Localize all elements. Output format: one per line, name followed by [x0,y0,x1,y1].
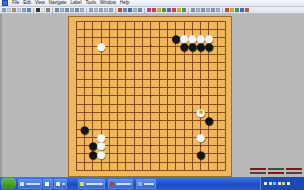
cell-N3[interactable] [172,150,180,158]
cell-L15[interactable] [155,50,163,58]
cell-T2[interactable] [221,158,229,166]
cell-S10[interactable] [213,92,221,100]
cell-H17[interactable] [130,34,138,42]
cell-P19[interactable] [188,17,196,25]
toolbar-icon[interactable] [245,8,249,12]
cell-A1[interactable] [72,166,80,174]
cell-K16[interactable] [147,42,155,50]
cell-P13[interactable] [188,67,196,75]
cell-B19[interactable] [80,17,88,25]
cell-G5[interactable] [122,133,130,141]
cell-L13[interactable] [155,67,163,75]
cell-D8[interactable] [97,108,105,116]
cell-E17[interactable] [105,34,113,42]
cell-Q5[interactable]: ● [196,133,204,141]
cell-S14[interactable] [213,58,221,66]
cell-E11[interactable] [105,83,113,91]
cell-O19[interactable] [180,17,188,25]
cell-M19[interactable] [163,17,171,25]
cell-E16[interactable] [105,42,113,50]
cell-L5[interactable] [155,133,163,141]
cell-F18[interactable] [113,25,121,33]
cell-M14[interactable] [163,58,171,66]
cell-Q11[interactable] [196,83,204,91]
cell-R7[interactable]: ● [205,117,213,125]
cell-H10[interactable] [130,92,138,100]
cell-N14[interactable] [172,58,180,66]
cell-T6[interactable] [221,125,229,133]
cell-H5[interactable] [130,133,138,141]
cell-A15[interactable] [72,50,80,58]
cell-N19[interactable] [172,17,180,25]
toolbar-icon[interactable] [36,8,40,12]
cell-N4[interactable] [172,141,180,149]
cell-K12[interactable] [147,75,155,83]
cell-R12[interactable] [205,75,213,83]
cell-S4[interactable] [213,141,221,149]
cell-G10[interactable] [122,92,130,100]
cell-D19[interactable] [97,17,105,25]
cell-J12[interactable] [138,75,146,83]
cell-M12[interactable] [163,75,171,83]
cell-T18[interactable] [221,25,229,33]
cell-D16[interactable]: ● [97,42,105,50]
cell-B8[interactable] [80,108,88,116]
system-tray[interactable] [260,177,304,190]
cell-K9[interactable] [147,100,155,108]
cell-N8[interactable] [172,108,180,116]
cell-R10[interactable] [205,92,213,100]
cell-D10[interactable] [97,92,105,100]
toolbar-icon[interactable] [216,8,220,12]
cell-N10[interactable] [172,92,180,100]
cell-J1[interactable] [138,166,146,174]
menu-item-view[interactable]: View [35,0,45,6]
cell-M3[interactable] [163,150,171,158]
tray-icon[interactable] [269,182,272,185]
cell-S18[interactable] [213,25,221,33]
cell-F12[interactable] [113,75,121,83]
cell-Q13[interactable] [196,67,204,75]
menu-item-tools[interactable]: Tools [86,0,97,6]
cell-E3[interactable] [105,150,113,158]
cell-D14[interactable] [97,58,105,66]
cell-S6[interactable] [213,125,221,133]
cell-S2[interactable] [213,158,221,166]
cell-N11[interactable] [172,83,180,91]
cell-N2[interactable] [172,158,180,166]
cell-M10[interactable] [163,92,171,100]
cell-B18[interactable] [80,25,88,33]
cell-H6[interactable] [130,125,138,133]
cell-J5[interactable] [138,133,146,141]
toolbar-icon[interactable] [128,8,132,12]
cell-K17[interactable] [147,34,155,42]
cell-J17[interactable] [138,34,146,42]
cell-K3[interactable] [147,150,155,158]
cell-T5[interactable] [221,133,229,141]
cell-K6[interactable] [147,125,155,133]
cell-K8[interactable] [147,108,155,116]
cell-N12[interactable] [172,75,180,83]
cell-F3[interactable] [113,150,121,158]
cell-K14[interactable] [147,58,155,66]
cell-S15[interactable] [213,50,221,58]
cell-A18[interactable] [72,25,80,33]
cell-H14[interactable] [130,58,138,66]
cell-E13[interactable] [105,67,113,75]
toolbar-icon[interactable] [230,8,234,12]
cell-G17[interactable] [122,34,130,42]
cell-F8[interactable] [113,108,121,116]
cell-A14[interactable] [72,58,80,66]
cell-Q3[interactable]: ● [196,150,204,158]
toolbar-icon[interactable] [55,8,59,12]
cell-K18[interactable] [147,25,155,33]
cell-R3[interactable] [205,150,213,158]
cell-K2[interactable] [147,158,155,166]
cell-R14[interactable] [205,58,213,66]
cell-J3[interactable] [138,150,146,158]
toolbar-icon[interactable] [167,8,171,12]
cell-N7[interactable] [172,117,180,125]
cell-O2[interactable] [180,158,188,166]
toolbar-icon[interactable] [17,8,21,12]
menu-item-edit[interactable]: Edit [23,0,31,6]
toolbar-icon[interactable] [80,8,84,12]
cell-G7[interactable] [122,117,130,125]
cell-L1[interactable] [155,166,163,174]
cell-F9[interactable] [113,100,121,108]
cell-T1[interactable] [221,166,229,174]
cell-M11[interactable] [163,83,171,91]
cell-C9[interactable] [89,100,97,108]
cell-D12[interactable] [97,75,105,83]
cell-J4[interactable] [138,141,146,149]
cell-J6[interactable] [138,125,146,133]
toolbar-icon[interactable] [157,8,161,12]
cell-D7[interactable] [97,117,105,125]
cell-G12[interactable] [122,75,130,83]
cell-D18[interactable] [97,25,105,33]
cell-E9[interactable] [105,100,113,108]
cell-L16[interactable] [155,42,163,50]
cell-B1[interactable] [80,166,88,174]
cell-C12[interactable] [89,75,97,83]
cell-F10[interactable] [113,92,121,100]
toolbar-icon[interactable] [41,8,45,12]
cell-K10[interactable] [147,92,155,100]
cell-A13[interactable] [72,67,80,75]
menu-item-navigate[interactable]: Navigate [49,0,67,6]
cell-S13[interactable] [213,67,221,75]
cell-A8[interactable] [72,108,80,116]
cell-G11[interactable] [122,83,130,91]
taskbar-button[interactable] [78,179,105,189]
cell-L6[interactable] [155,125,163,133]
tray-icon[interactable] [282,182,285,185]
cell-N13[interactable] [172,67,180,75]
cell-K11[interactable] [147,83,155,91]
cell-T19[interactable] [221,17,229,25]
cell-C1[interactable] [89,166,97,174]
cell-E7[interactable] [105,117,113,125]
cell-O12[interactable] [180,75,188,83]
cell-A2[interactable] [72,158,80,166]
cell-G15[interactable] [122,50,130,58]
cell-G19[interactable] [122,17,130,25]
cell-P11[interactable] [188,83,196,91]
cell-R6[interactable] [205,125,213,133]
cell-H19[interactable] [130,17,138,25]
toolbar-icon[interactable] [94,8,98,12]
cell-B15[interactable] [80,50,88,58]
cell-T7[interactable] [221,117,229,125]
cell-H7[interactable] [130,117,138,125]
cell-F6[interactable] [113,125,121,133]
cell-G4[interactable] [122,141,130,149]
toolbar-icon[interactable] [123,8,127,12]
cell-G1[interactable] [122,166,130,174]
cell-T11[interactable] [221,83,229,91]
cell-M6[interactable] [163,125,171,133]
cell-T9[interactable] [221,100,229,108]
cell-K4[interactable] [147,141,155,149]
cell-B10[interactable] [80,92,88,100]
toolbar-icon[interactable] [104,8,108,12]
cell-F13[interactable] [113,67,121,75]
tray-icon[interactable] [264,182,267,185]
toolbar-icon[interactable] [65,8,69,12]
cell-C8[interactable] [89,108,97,116]
cell-L4[interactable] [155,141,163,149]
cell-S19[interactable] [213,17,221,25]
cell-G9[interactable] [122,100,130,108]
cell-B12[interactable] [80,75,88,83]
cell-G16[interactable] [122,42,130,50]
toolbar-icon[interactable] [22,8,26,12]
cell-N9[interactable] [172,100,180,108]
cell-C14[interactable] [89,58,97,66]
cell-S12[interactable] [213,75,221,83]
cell-J19[interactable] [138,17,146,25]
cell-A3[interactable] [72,150,80,158]
cell-F4[interactable] [113,141,121,149]
cell-Q19[interactable] [196,17,204,25]
cell-H12[interactable] [130,75,138,83]
start-button[interactable] [1,178,16,189]
cell-F19[interactable] [113,17,121,25]
cell-F14[interactable] [113,58,121,66]
toolbar-icon[interactable] [211,8,215,12]
cell-P12[interactable] [188,75,196,83]
cell-M15[interactable] [163,50,171,58]
cell-P10[interactable] [188,92,196,100]
cell-S3[interactable] [213,150,221,158]
taskbar-button[interactable] [136,179,156,189]
cell-T15[interactable] [221,50,229,58]
cell-J7[interactable] [138,117,146,125]
cell-Q12[interactable] [196,75,204,83]
cell-N5[interactable] [172,133,180,141]
cell-C19[interactable] [89,17,97,25]
cell-A10[interactable] [72,92,80,100]
cell-M4[interactable] [163,141,171,149]
cell-Q10[interactable] [196,92,204,100]
cell-L8[interactable] [155,108,163,116]
cell-L3[interactable] [155,150,163,158]
cell-R19[interactable] [205,17,213,25]
cell-T12[interactable] [221,75,229,83]
cell-E1[interactable] [105,166,113,174]
cell-E15[interactable] [105,50,113,58]
cell-L12[interactable] [155,75,163,83]
cell-G8[interactable] [122,108,130,116]
cell-T4[interactable] [221,141,229,149]
cell-B14[interactable] [80,58,88,66]
cell-K7[interactable] [147,117,155,125]
cell-H11[interactable] [130,83,138,91]
cell-T14[interactable] [221,58,229,66]
cell-D3[interactable]: ● [97,150,105,158]
cell-H15[interactable] [130,50,138,58]
cell-O14[interactable] [180,58,188,66]
cell-T10[interactable] [221,92,229,100]
cell-F5[interactable] [113,133,121,141]
taskbar-button[interactable] [43,179,53,189]
toolbar-icon[interactable] [147,8,151,12]
cell-T16[interactable] [221,42,229,50]
cell-A9[interactable] [72,100,80,108]
cell-G14[interactable] [122,58,130,66]
cell-A16[interactable] [72,42,80,50]
cell-T17[interactable] [221,34,229,42]
cell-R5[interactable] [205,133,213,141]
toolbar-icon[interactable] [201,8,205,12]
toolbar-icon[interactable] [191,8,195,12]
cell-E10[interactable] [105,92,113,100]
toolbar-icon[interactable] [27,8,31,12]
toolbar-icon[interactable] [7,8,11,12]
toolbar-icon[interactable] [177,8,181,12]
cell-K5[interactable] [147,133,155,141]
cell-L10[interactable] [155,92,163,100]
cell-R4[interactable] [205,141,213,149]
cell-M5[interactable] [163,133,171,141]
cell-J18[interactable] [138,25,146,33]
toolbar-icon[interactable] [196,8,200,12]
cell-A19[interactable] [72,17,80,25]
cell-E12[interactable] [105,75,113,83]
cell-C13[interactable] [89,67,97,75]
cell-L18[interactable] [155,25,163,33]
cell-B9[interactable] [80,100,88,108]
cell-L14[interactable] [155,58,163,66]
cell-L19[interactable] [155,17,163,25]
toolbar-icon[interactable] [70,8,74,12]
cell-B11[interactable] [80,83,88,91]
cell-L11[interactable] [155,83,163,91]
cell-S16[interactable] [213,42,221,50]
cell-J15[interactable] [138,50,146,58]
cell-B16[interactable] [80,42,88,50]
cell-C18[interactable] [89,25,97,33]
cell-S5[interactable] [213,133,221,141]
cell-D13[interactable] [97,67,105,75]
toolbar-icon[interactable] [162,8,166,12]
cell-A4[interactable] [72,141,80,149]
cell-R9[interactable] [205,100,213,108]
cell-J9[interactable] [138,100,146,108]
menu-item-window[interactable]: Window [100,0,116,6]
cell-Q14[interactable] [196,58,204,66]
cell-C7[interactable] [89,117,97,125]
toolbar-icon[interactable] [118,8,122,12]
cell-T13[interactable] [221,67,229,75]
cell-K1[interactable] [147,166,155,174]
cell-K13[interactable] [147,67,155,75]
toolbar-icon[interactable] [172,8,176,12]
menu-item-file[interactable]: File [12,0,19,6]
toolbar-icon[interactable] [225,8,229,12]
cell-T3[interactable] [221,150,229,158]
toolbar-icon[interactable] [12,8,16,12]
cell-H8[interactable] [130,108,138,116]
tray-icon[interactable] [273,182,276,185]
cell-O8[interactable] [180,108,188,116]
cell-O11[interactable] [180,83,188,91]
menu-item-help[interactable]: Help [120,0,129,6]
cell-H16[interactable] [130,42,138,50]
cell-L17[interactable] [155,34,163,42]
cell-M13[interactable] [163,67,171,75]
cell-R2[interactable] [205,158,213,166]
tray-icon[interactable] [287,182,290,185]
cell-S17[interactable] [213,34,221,42]
cell-E6[interactable] [105,125,113,133]
cell-G2[interactable] [122,158,130,166]
cell-F17[interactable] [113,34,121,42]
cell-P14[interactable] [188,58,196,66]
toolbar-icon[interactable] [2,8,6,12]
cell-O1[interactable] [180,166,188,174]
toolbar-icon[interactable] [99,8,103,12]
cell-E18[interactable] [105,25,113,33]
cell-G6[interactable] [122,125,130,133]
cell-S8[interactable] [213,108,221,116]
taskbar-button[interactable] [18,179,42,189]
cell-D11[interactable] [97,83,105,91]
cell-E5[interactable] [105,133,113,141]
cell-S9[interactable] [213,100,221,108]
cell-A17[interactable] [72,34,80,42]
cell-S1[interactable] [213,166,221,174]
cell-G13[interactable] [122,67,130,75]
cell-E4[interactable] [105,141,113,149]
cell-R11[interactable] [205,83,213,91]
toolbar-icon[interactable] [182,8,186,12]
cell-L9[interactable] [155,100,163,108]
toolbar-icon[interactable] [75,8,79,12]
cell-A12[interactable] [72,75,80,83]
cell-R1[interactable] [205,166,213,174]
cell-F2[interactable] [113,158,121,166]
cell-D9[interactable] [97,100,105,108]
cell-E19[interactable] [105,17,113,25]
toolbar-icon[interactable] [133,8,137,12]
cell-J11[interactable] [138,83,146,91]
cell-F1[interactable] [113,166,121,174]
